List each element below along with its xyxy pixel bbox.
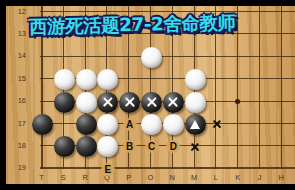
move-label-A-P17[interactable]: A bbox=[123, 118, 137, 131]
coord-col-S: S bbox=[56, 173, 70, 183]
problem-title-banner: 西游死活题27-2舍命教师 bbox=[29, 10, 236, 39]
screenshot-root: 西游死活题27-2舍命教师 TSRQPONMLKJH12131415161718… bbox=[0, 0, 295, 190]
stone-white-N17[interactable] bbox=[163, 114, 184, 135]
coord-col-T: T bbox=[35, 173, 49, 183]
move-label-C-O18[interactable]: C bbox=[145, 140, 159, 153]
stone-white-R16[interactable] bbox=[76, 92, 97, 113]
cross-mark-icon bbox=[145, 96, 158, 109]
coord-col-L: L bbox=[209, 173, 223, 183]
move-label-E-Q19[interactable]: E bbox=[101, 163, 115, 176]
stone-white-Q18[interactable] bbox=[97, 136, 118, 157]
coord-row-17: 17 bbox=[8, 119, 26, 129]
stone-white-Q15[interactable] bbox=[97, 69, 118, 90]
cross-mark-icon bbox=[101, 96, 114, 109]
stone-black-S16[interactable] bbox=[54, 92, 75, 113]
grid-line-row-19 bbox=[40, 167, 295, 169]
stone-white-M16[interactable] bbox=[185, 92, 206, 113]
coord-row-12: 12 bbox=[8, 7, 26, 17]
stone-black-Q16[interactable] bbox=[97, 92, 118, 113]
move-label-D-N18[interactable]: D bbox=[166, 140, 180, 153]
coord-row-18: 18 bbox=[8, 141, 26, 151]
stone-white-Q17[interactable] bbox=[97, 114, 118, 135]
cross-mark-icon bbox=[123, 96, 136, 109]
stone-black-R18[interactable] bbox=[76, 136, 97, 157]
coord-row-13: 13 bbox=[8, 29, 26, 39]
coord-row-16: 16 bbox=[8, 96, 26, 106]
star-point-K16 bbox=[235, 99, 240, 104]
coord-col-N: N bbox=[165, 173, 179, 183]
triangle-mark-icon bbox=[190, 120, 200, 129]
stone-white-R15[interactable] bbox=[76, 69, 97, 90]
coord-row-19: 19 bbox=[8, 163, 26, 173]
cross-mark-icon bbox=[167, 96, 180, 109]
move-label-B-P18[interactable]: B bbox=[123, 140, 137, 153]
stone-black-O16[interactable] bbox=[141, 92, 162, 113]
stone-black-N16[interactable] bbox=[163, 92, 184, 113]
stone-black-S18[interactable] bbox=[54, 136, 75, 157]
coord-row-14: 14 bbox=[8, 51, 26, 61]
grid-line-row-14 bbox=[40, 56, 295, 57]
coord-col-P: P bbox=[122, 173, 136, 183]
stone-white-S15[interactable] bbox=[54, 69, 75, 90]
coord-col-J: J bbox=[253, 173, 267, 183]
stone-black-R17[interactable] bbox=[76, 114, 97, 135]
coord-col-R: R bbox=[78, 173, 92, 183]
coord-col-K: K bbox=[231, 173, 245, 183]
stone-black-T17[interactable] bbox=[32, 114, 53, 135]
stone-white-O17[interactable] bbox=[141, 114, 162, 135]
stone-black-P16[interactable] bbox=[119, 92, 140, 113]
stone-white-M15[interactable] bbox=[185, 69, 206, 90]
point-cross-M18[interactable] bbox=[190, 141, 201, 152]
coord-row-15: 15 bbox=[8, 74, 26, 84]
point-cross-L17[interactable] bbox=[211, 119, 222, 130]
coord-col-H: H bbox=[274, 173, 288, 183]
stone-black-M17[interactable] bbox=[185, 114, 206, 135]
coord-col-M: M bbox=[187, 173, 201, 183]
coord-col-O: O bbox=[144, 173, 158, 183]
stone-white-O14[interactable] bbox=[141, 47, 162, 68]
